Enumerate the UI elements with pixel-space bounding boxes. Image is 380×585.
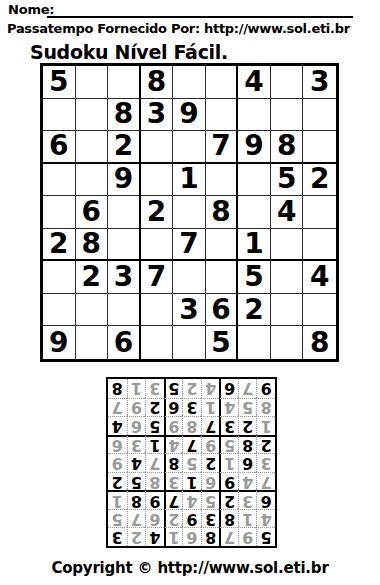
sudoku-cell (76, 66, 109, 99)
sudoku-cell: 7 (141, 261, 174, 294)
solution-cell: 2 (182, 379, 201, 398)
sudoku-cell (173, 326, 206, 359)
sudoku-cell (238, 164, 271, 197)
solution-cell: 9 (108, 453, 127, 472)
solution-cell: 8 (108, 379, 127, 398)
solution-cell: 7 (182, 435, 201, 454)
sudoku-cell: 2 (76, 261, 109, 294)
sudoku-cell: 8 (271, 131, 304, 164)
sudoku-cell: 9 (108, 164, 141, 197)
solution-cell: 7 (108, 398, 127, 417)
sudoku-cell: 4 (271, 196, 304, 229)
copyright-line: Copyright © http://www.sol.eti.br (0, 559, 380, 577)
sudoku-cell (173, 66, 206, 99)
solution-cell: 8 (201, 527, 220, 546)
sudoku-cell (43, 261, 76, 294)
sudoku-cell: 8 (206, 196, 239, 229)
solution-cell: 9 (182, 509, 201, 528)
sudoku-cell (303, 229, 336, 262)
solution-cell: 6 (201, 472, 220, 491)
sudoku-cell (238, 196, 271, 229)
solution-cell: 3 (108, 527, 127, 546)
solution-cell: 6 (127, 416, 146, 435)
sudoku-cell: 7 (206, 131, 239, 164)
sudoku-cell (271, 261, 304, 294)
sudoku-cell (271, 99, 304, 132)
solution-cell: 8 (256, 398, 275, 417)
solution-cell: 3 (164, 472, 183, 491)
solution-cell: 1 (108, 490, 127, 509)
solution-cell: 5 (127, 472, 146, 491)
solution-cell: 3 (127, 435, 146, 454)
name-underline (47, 16, 353, 18)
solution-cell: 6 (256, 490, 275, 509)
solution-cell: 9 (145, 490, 164, 509)
solution-cell: 1 (219, 453, 238, 472)
solution-cell: 4 (238, 472, 257, 491)
solution-cell: 2 (256, 435, 275, 454)
solution-cell: 5 (108, 509, 127, 528)
sudoku-cell (271, 66, 304, 99)
solution-cell: 7 (219, 527, 238, 546)
name-label: Nome: (8, 2, 54, 17)
sudoku-cell (76, 131, 109, 164)
sudoku-cell (43, 164, 76, 197)
solution-cell: 7 (145, 453, 164, 472)
sudoku-cell: 1 (173, 164, 206, 197)
sudoku-cell (76, 99, 109, 132)
solution-cell: 5 (219, 435, 238, 454)
sudoku-cell: 6 (108, 326, 141, 359)
solution-cell: 4 (201, 379, 220, 398)
solution-cell: 6 (164, 398, 183, 417)
solution-cell: 6 (182, 527, 201, 546)
sudoku-cell: 3 (141, 99, 174, 132)
sudoku-cell: 3 (303, 66, 336, 99)
solution-cell: 6 (238, 453, 257, 472)
solution-cell: 7 (127, 509, 146, 528)
solution-cell: 3 (238, 490, 257, 509)
solution-cell: 8 (127, 490, 146, 509)
solution-cell: 8 (182, 416, 201, 435)
sudoku-cell (303, 196, 336, 229)
sudoku-cell: 8 (108, 99, 141, 132)
sudoku-grid: 584383962798915262842871237543629658 (40, 63, 339, 362)
solution-cell: 7 (238, 379, 257, 398)
sudoku-cell (271, 326, 304, 359)
solution-cell: 1 (145, 435, 164, 454)
sudoku-print-page: Nome: Passatempo Fornecido Por: http://w… (0, 0, 380, 585)
sudoku-cell: 1 (238, 229, 271, 262)
sudoku-cell (173, 131, 206, 164)
solution-cell: 8 (219, 509, 238, 528)
solution-cell: 1 (164, 527, 183, 546)
solution-cell: 4 (182, 490, 201, 509)
solution-cell: 9 (219, 472, 238, 491)
sudoku-cell: 2 (238, 294, 271, 327)
sudoku-cell: 4 (238, 66, 271, 99)
sudoku-cell (206, 229, 239, 262)
solution-cell: 7 (164, 490, 183, 509)
solution-cell: 4 (145, 527, 164, 546)
sudoku-cell (303, 294, 336, 327)
sudoku-cell (43, 294, 76, 327)
sudoku-cell (303, 99, 336, 132)
solution-cell: 2 (238, 416, 257, 435)
solution-cell: 1 (238, 509, 257, 528)
sudoku-cell (271, 229, 304, 262)
solution-cell: 4 (256, 509, 275, 528)
solution-cell: 5 (238, 398, 257, 417)
sudoku-cell: 6 (43, 131, 76, 164)
solution-cell: 6 (145, 509, 164, 528)
solution-cell: 1 (201, 398, 220, 417)
sudoku-cell (173, 196, 206, 229)
solution-cell: 9 (256, 379, 275, 398)
solution-cell: 9 (238, 527, 257, 546)
solution-cell: 4 (108, 416, 127, 435)
solution-cell: 5 (256, 527, 275, 546)
solution-cell: 9 (127, 398, 146, 417)
solution-cell: 4 (164, 435, 183, 454)
solution-cell: 9 (201, 435, 220, 454)
solution-cell: 8 (164, 453, 183, 472)
sudoku-cell: 4 (303, 261, 336, 294)
sudoku-cell: 9 (238, 131, 271, 164)
sudoku-cell: 8 (76, 229, 109, 262)
solution-cell: 2 (219, 490, 238, 509)
solution-grid-rotated: 5978614234183926756325479817496138523612… (106, 377, 277, 548)
sudoku-cell (303, 131, 336, 164)
sudoku-cell: 6 (206, 294, 239, 327)
sudoku-cell (43, 196, 76, 229)
solution-cell: 2 (164, 509, 183, 528)
sudoku-cell: 2 (43, 229, 76, 262)
solution-cell: 2 (127, 527, 146, 546)
page-title: Sudoku Nível Fácil. (30, 41, 228, 63)
solution-cell: 6 (108, 435, 127, 454)
solution-cell: 4 (127, 453, 146, 472)
sudoku-cell: 3 (173, 294, 206, 327)
sudoku-cell: 9 (43, 326, 76, 359)
sudoku-cell: 6 (76, 196, 109, 229)
solution-cell: 6 (219, 379, 238, 398)
sudoku-cell (108, 196, 141, 229)
provider-line: Passatempo Fornecido Por: http://www.sol… (7, 21, 350, 36)
sudoku-cell (271, 294, 304, 327)
solution-cell: 7 (201, 416, 220, 435)
solution-cell: 5 (201, 490, 220, 509)
sudoku-cell (43, 99, 76, 132)
solution-cell: 5 (182, 453, 201, 472)
sudoku-cell: 8 (303, 326, 336, 359)
solution-cell: 1 (182, 472, 201, 491)
sudoku-cell (76, 164, 109, 197)
sudoku-cell (141, 294, 174, 327)
sudoku-cell: 7 (173, 229, 206, 262)
solution-cell: 3 (145, 379, 164, 398)
sudoku-cell (141, 131, 174, 164)
sudoku-cell (238, 326, 271, 359)
sudoku-cell: 3 (108, 261, 141, 294)
sudoku-cell: 9 (173, 99, 206, 132)
sudoku-cell (76, 326, 109, 359)
sudoku-cell (141, 164, 174, 197)
solution-cell: 8 (238, 435, 257, 454)
sudoku-cell (108, 66, 141, 99)
sudoku-cell (206, 261, 239, 294)
sudoku-cell: 5 (271, 164, 304, 197)
solution-cell: 2 (145, 398, 164, 417)
sudoku-cell (173, 261, 206, 294)
sudoku-cell: 5 (238, 261, 271, 294)
solution-cell: 2 (108, 472, 127, 491)
solution-cell: 8 (145, 472, 164, 491)
solution-cell: 3 (182, 398, 201, 417)
sudoku-cell: 5 (206, 326, 239, 359)
solution-cell: 1 (256, 416, 275, 435)
solution-cell: 3 (219, 416, 238, 435)
solution-cell: 9 (164, 416, 183, 435)
sudoku-cell: 2 (141, 196, 174, 229)
solution-cell: 3 (201, 509, 220, 528)
sudoku-cell (238, 99, 271, 132)
sudoku-cell (206, 99, 239, 132)
solution-cell: 5 (164, 379, 183, 398)
sudoku-cell (141, 229, 174, 262)
sudoku-cell (206, 164, 239, 197)
sudoku-cell (108, 294, 141, 327)
solution-cell: 4 (219, 398, 238, 417)
sudoku-cell (206, 66, 239, 99)
solution-cell: 3 (256, 453, 275, 472)
sudoku-cell: 5 (43, 66, 76, 99)
solution-cell: 1 (127, 379, 146, 398)
sudoku-cell (141, 326, 174, 359)
sudoku-cell (108, 229, 141, 262)
sudoku-cell (76, 294, 109, 327)
solution-cell: 2 (201, 453, 220, 472)
sudoku-cell: 2 (303, 164, 336, 197)
solution-cell: 7 (256, 472, 275, 491)
sudoku-cell: 8 (141, 66, 174, 99)
solution-cell: 5 (145, 416, 164, 435)
sudoku-cell: 2 (108, 131, 141, 164)
